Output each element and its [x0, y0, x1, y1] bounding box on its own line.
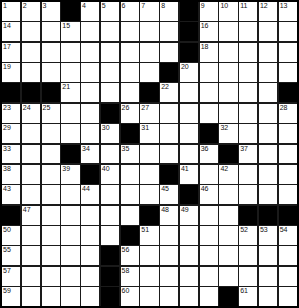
white-cell[interactable]: 13 [279, 2, 297, 21]
clue-number: 4 [82, 2, 86, 10]
black-cell [239, 206, 257, 225]
white-cell[interactable] [160, 226, 178, 245]
white-cell[interactable]: 22 [160, 83, 178, 102]
black-cell [180, 2, 198, 21]
white-cell[interactable]: 46 [200, 185, 218, 204]
white-cell[interactable] [279, 287, 297, 306]
white-cell[interactable] [279, 22, 297, 41]
white-cell[interactable] [140, 145, 158, 164]
black-cell [2, 83, 20, 102]
white-cell[interactable] [259, 83, 277, 102]
white-cell[interactable]: 33 [2, 145, 20, 164]
clue-number: 28 [280, 104, 288, 112]
white-cell[interactable]: 49 [180, 206, 198, 225]
white-cell[interactable] [259, 267, 277, 286]
white-cell[interactable]: 43 [2, 185, 20, 204]
white-cell[interactable] [121, 185, 139, 204]
clue-number: 48 [161, 206, 169, 214]
clue-number: 11 [240, 2, 247, 10]
white-cell[interactable]: 12 [259, 2, 277, 21]
white-cell[interactable] [81, 124, 99, 143]
clue-number: 31 [141, 124, 149, 132]
white-cell[interactable]: 44 [81, 185, 99, 204]
white-cell[interactable] [219, 206, 237, 225]
white-cell[interactable] [61, 104, 79, 123]
white-cell[interactable]: 30 [101, 124, 119, 143]
white-cell[interactable] [259, 104, 277, 123]
white-cell[interactable] [121, 43, 139, 62]
white-cell[interactable] [101, 83, 119, 102]
clue-number: 8 [161, 2, 165, 10]
white-cell[interactable]: 61 [239, 287, 257, 306]
clue-number: 50 [3, 226, 11, 234]
white-cell[interactable] [180, 104, 198, 123]
clue-number: 53 [260, 226, 268, 234]
white-cell[interactable] [259, 287, 277, 306]
clue-number: 12 [260, 2, 268, 10]
white-cell[interactable] [101, 63, 119, 82]
white-cell[interactable]: 45 [160, 185, 178, 204]
white-cell[interactable] [239, 83, 257, 102]
white-cell[interactable]: 53 [259, 226, 277, 245]
white-cell[interactable] [101, 185, 119, 204]
white-cell[interactable]: 14 [2, 22, 20, 41]
white-cell[interactable] [279, 185, 297, 204]
white-cell[interactable] [180, 287, 198, 306]
clue-number: 27 [141, 104, 149, 112]
black-cell [200, 124, 218, 143]
white-cell[interactable]: 17 [2, 43, 20, 62]
black-cell [101, 246, 119, 265]
clue-number: 3 [43, 2, 47, 10]
white-cell[interactable] [160, 22, 178, 41]
clue-number: 10 [220, 2, 228, 10]
white-cell[interactable] [200, 206, 218, 225]
white-cell[interactable] [140, 165, 158, 184]
clue-number: 59 [3, 287, 11, 295]
black-cell [219, 287, 237, 306]
white-cell[interactable]: 57 [2, 267, 20, 286]
clue-number: 55 [3, 246, 11, 254]
white-cell[interactable]: 3 [42, 2, 60, 21]
black-cell [259, 206, 277, 225]
white-cell[interactable] [239, 165, 257, 184]
white-cell[interactable] [22, 267, 40, 286]
black-cell [22, 83, 40, 102]
white-cell[interactable]: 60 [121, 287, 139, 306]
white-cell[interactable]: 15 [61, 22, 79, 41]
clue-number: 37 [240, 145, 248, 153]
clue-number: 6 [122, 2, 126, 10]
white-cell[interactable] [42, 185, 60, 204]
white-cell[interactable] [140, 246, 158, 265]
white-cell[interactable] [81, 287, 99, 306]
white-cell[interactable] [42, 63, 60, 82]
white-cell[interactable] [121, 83, 139, 102]
white-cell[interactable] [22, 246, 40, 265]
white-cell[interactable] [200, 246, 218, 265]
white-cell[interactable] [101, 206, 119, 225]
white-cell[interactable]: 40 [101, 165, 119, 184]
white-cell[interactable] [140, 267, 158, 286]
white-cell[interactable] [200, 104, 218, 123]
white-cell[interactable] [61, 267, 79, 286]
white-cell[interactable] [61, 287, 79, 306]
white-cell[interactable]: 50 [2, 226, 20, 245]
white-cell[interactable]: 37 [239, 145, 257, 164]
clue-number: 44 [82, 185, 90, 193]
white-cell[interactable]: 25 [42, 104, 60, 123]
white-cell[interactable] [140, 43, 158, 62]
white-cell[interactable]: 41 [180, 165, 198, 184]
white-cell[interactable] [239, 124, 257, 143]
clue-number: 24 [23, 104, 31, 112]
clue-number: 47 [23, 206, 31, 214]
white-cell[interactable] [61, 43, 79, 62]
white-cell[interactable]: 27 [140, 104, 158, 123]
white-cell[interactable] [219, 185, 237, 204]
clue-number: 23 [3, 104, 11, 112]
white-cell[interactable] [121, 206, 139, 225]
clue-number: 33 [3, 145, 11, 153]
black-cell [61, 145, 79, 164]
white-cell[interactable] [200, 83, 218, 102]
clue-number: 18 [201, 43, 209, 51]
white-cell[interactable]: 35 [121, 145, 139, 164]
white-cell[interactable]: 19 [2, 63, 20, 82]
clue-number: 60 [122, 287, 130, 295]
white-cell[interactable] [42, 145, 60, 164]
clue-number: 5 [102, 2, 106, 10]
white-cell[interactable] [22, 287, 40, 306]
white-cell[interactable] [22, 165, 40, 184]
clue-number: 61 [240, 287, 248, 295]
white-cell[interactable]: 8 [160, 2, 178, 21]
clue-number: 25 [43, 104, 51, 112]
black-cell [219, 145, 237, 164]
white-cell[interactable] [61, 206, 79, 225]
white-cell[interactable] [259, 185, 277, 204]
white-cell[interactable] [279, 145, 297, 164]
black-cell [121, 124, 139, 143]
clue-number: 56 [122, 246, 130, 254]
white-cell[interactable] [160, 267, 178, 286]
black-cell [42, 83, 60, 102]
white-cell[interactable] [279, 165, 297, 184]
white-cell[interactable]: 24 [22, 104, 40, 123]
white-cell[interactable] [239, 22, 257, 41]
white-cell[interactable]: 28 [279, 104, 297, 123]
white-cell[interactable]: 1 [2, 2, 20, 21]
white-cell[interactable] [81, 246, 99, 265]
white-cell[interactable] [121, 165, 139, 184]
black-cell [279, 206, 297, 225]
white-cell[interactable] [219, 104, 237, 123]
clue-number: 45 [161, 185, 169, 193]
white-cell[interactable] [81, 83, 99, 102]
clue-number: 46 [201, 185, 209, 193]
white-cell[interactable] [200, 165, 218, 184]
white-cell[interactable] [42, 43, 60, 62]
white-cell[interactable] [259, 63, 277, 82]
white-cell[interactable] [42, 287, 60, 306]
clue-number: 17 [3, 43, 11, 51]
white-cell[interactable] [42, 22, 60, 41]
black-cell [180, 43, 198, 62]
white-cell[interactable] [180, 226, 198, 245]
clue-number: 35 [122, 145, 130, 153]
white-cell[interactable] [101, 22, 119, 41]
clue-number: 43 [3, 185, 11, 193]
white-cell[interactable] [239, 267, 257, 286]
white-cell[interactable]: 4 [81, 2, 99, 21]
white-cell[interactable] [101, 226, 119, 245]
white-cell[interactable] [180, 124, 198, 143]
white-cell[interactable]: 18 [200, 43, 218, 62]
white-cell[interactable]: 10 [219, 2, 237, 21]
white-cell[interactable] [140, 63, 158, 82]
white-cell[interactable] [259, 246, 277, 265]
white-cell[interactable]: 5 [101, 2, 119, 21]
white-cell[interactable]: 52 [239, 226, 257, 245]
clue-number: 49 [181, 206, 189, 214]
black-cell [140, 206, 158, 225]
clue-number: 1 [3, 2, 7, 10]
white-cell[interactable]: 38 [2, 165, 20, 184]
white-cell[interactable] [22, 226, 40, 245]
black-cell [81, 165, 99, 184]
clue-number: 51 [141, 226, 149, 234]
white-cell[interactable]: 39 [61, 165, 79, 184]
white-cell[interactable]: 59 [2, 287, 20, 306]
white-cell[interactable] [140, 22, 158, 41]
black-cell [101, 104, 119, 123]
white-cell[interactable] [279, 267, 297, 286]
crossword-grid: 1234567891011121314151617181920212223242… [0, 0, 299, 308]
clue-number: 32 [220, 124, 228, 132]
clue-number: 15 [62, 22, 70, 30]
white-cell[interactable]: 2 [22, 2, 40, 21]
clue-number: 34 [82, 145, 90, 153]
white-cell[interactable] [200, 226, 218, 245]
white-cell[interactable] [219, 22, 237, 41]
white-cell[interactable] [81, 226, 99, 245]
white-cell[interactable]: 9 [200, 2, 218, 21]
clue-number: 52 [240, 226, 248, 234]
clue-number: 22 [161, 83, 169, 91]
white-cell[interactable] [219, 246, 237, 265]
white-cell[interactable] [42, 206, 60, 225]
white-cell[interactable] [101, 145, 119, 164]
white-cell[interactable]: 34 [81, 145, 99, 164]
white-cell[interactable] [101, 43, 119, 62]
white-cell[interactable] [219, 267, 237, 286]
white-cell[interactable]: 32 [219, 124, 237, 143]
white-cell[interactable] [22, 185, 40, 204]
black-cell [101, 267, 119, 286]
white-cell[interactable]: 55 [2, 246, 20, 265]
white-cell[interactable]: 51 [140, 226, 158, 245]
white-cell[interactable] [22, 63, 40, 82]
white-cell[interactable] [61, 226, 79, 245]
black-cell [180, 185, 198, 204]
white-cell[interactable]: 31 [140, 124, 158, 143]
clue-number: 9 [201, 2, 205, 10]
clue-number: 20 [181, 63, 189, 71]
clue-number: 2 [23, 2, 27, 10]
white-cell[interactable] [279, 124, 297, 143]
white-cell[interactable]: 16 [200, 22, 218, 41]
clue-number: 39 [62, 165, 70, 173]
clue-number: 21 [62, 83, 70, 91]
white-cell[interactable] [61, 124, 79, 143]
white-cell[interactable] [61, 246, 79, 265]
clue-number: 7 [141, 2, 145, 10]
white-cell[interactable] [61, 63, 79, 82]
white-cell[interactable] [200, 267, 218, 286]
white-cell[interactable] [42, 226, 60, 245]
white-cell[interactable] [160, 145, 178, 164]
white-cell[interactable] [81, 43, 99, 62]
white-cell[interactable] [219, 226, 237, 245]
clue-number: 41 [181, 165, 189, 173]
white-cell[interactable] [160, 104, 178, 123]
white-cell[interactable] [81, 104, 99, 123]
white-cell[interactable] [121, 22, 139, 41]
white-cell[interactable] [140, 185, 158, 204]
clue-number: 16 [201, 22, 209, 30]
clue-number: 14 [3, 22, 11, 30]
white-cell[interactable] [279, 43, 297, 62]
white-cell[interactable] [259, 165, 277, 184]
white-cell[interactable] [219, 43, 237, 62]
clue-number: 26 [122, 104, 130, 112]
white-cell[interactable] [219, 83, 237, 102]
white-cell[interactable] [180, 267, 198, 286]
white-cell[interactable]: 56 [121, 246, 139, 265]
white-cell[interactable] [259, 43, 277, 62]
clue-number: 42 [220, 165, 228, 173]
black-cell [121, 226, 139, 245]
white-cell[interactable] [42, 246, 60, 265]
white-cell[interactable]: 11 [239, 2, 257, 21]
black-cell [61, 2, 79, 21]
white-cell[interactable] [180, 83, 198, 102]
white-cell[interactable] [81, 267, 99, 286]
white-cell[interactable] [239, 43, 257, 62]
white-cell[interactable]: 6 [121, 2, 139, 21]
clue-number: 38 [3, 165, 11, 173]
white-cell[interactable] [22, 145, 40, 164]
clue-number: 30 [102, 124, 110, 132]
white-cell[interactable] [219, 63, 237, 82]
white-cell[interactable] [22, 124, 40, 143]
white-cell[interactable]: 48 [160, 206, 178, 225]
black-cell [2, 206, 20, 225]
black-cell [140, 83, 158, 102]
white-cell[interactable] [160, 287, 178, 306]
white-cell[interactable] [259, 124, 277, 143]
white-cell[interactable] [81, 206, 99, 225]
black-cell [160, 63, 178, 82]
white-cell[interactable]: 20 [180, 63, 198, 82]
white-cell[interactable]: 23 [2, 104, 20, 123]
clue-number: 40 [102, 165, 110, 173]
white-cell[interactable] [42, 267, 60, 286]
white-cell[interactable] [61, 185, 79, 204]
black-cell [279, 83, 297, 102]
white-cell[interactable] [279, 63, 297, 82]
white-cell[interactable]: 21 [61, 83, 79, 102]
white-cell[interactable]: 54 [279, 226, 297, 245]
white-cell[interactable] [81, 63, 99, 82]
white-cell[interactable] [22, 43, 40, 62]
black-cell [160, 165, 178, 184]
white-cell[interactable] [200, 63, 218, 82]
white-cell[interactable] [180, 145, 198, 164]
white-cell[interactable] [259, 145, 277, 164]
black-cell [101, 287, 119, 306]
white-cell[interactable] [180, 246, 198, 265]
white-cell[interactable] [160, 246, 178, 265]
white-cell[interactable] [200, 287, 218, 306]
clue-number: 13 [280, 2, 288, 10]
white-cell[interactable] [279, 246, 297, 265]
white-cell[interactable]: 29 [2, 124, 20, 143]
white-cell[interactable]: 47 [22, 206, 40, 225]
white-cell[interactable] [22, 22, 40, 41]
white-cell[interactable] [140, 287, 158, 306]
white-cell[interactable]: 26 [121, 104, 139, 123]
black-cell [180, 22, 198, 41]
white-cell[interactable] [239, 63, 257, 82]
white-cell[interactable] [259, 22, 277, 41]
white-cell[interactable] [42, 165, 60, 184]
white-cell[interactable] [160, 124, 178, 143]
clue-number: 36 [201, 145, 209, 153]
white-cell[interactable]: 58 [121, 267, 139, 286]
white-cell[interactable] [121, 63, 139, 82]
white-cell[interactable] [42, 124, 60, 143]
white-cell[interactable]: 36 [200, 145, 218, 164]
white-cell[interactable] [81, 22, 99, 41]
white-cell[interactable] [160, 43, 178, 62]
white-cell[interactable] [239, 246, 257, 265]
white-cell[interactable]: 7 [140, 2, 158, 21]
clue-number: 19 [3, 63, 11, 71]
clue-number: 54 [280, 226, 288, 234]
white-cell[interactable] [239, 104, 257, 123]
clue-number: 58 [122, 267, 130, 275]
white-cell[interactable]: 42 [219, 165, 237, 184]
clue-number: 57 [3, 267, 11, 275]
white-cell[interactable] [239, 185, 257, 204]
clue-number: 29 [3, 124, 11, 132]
